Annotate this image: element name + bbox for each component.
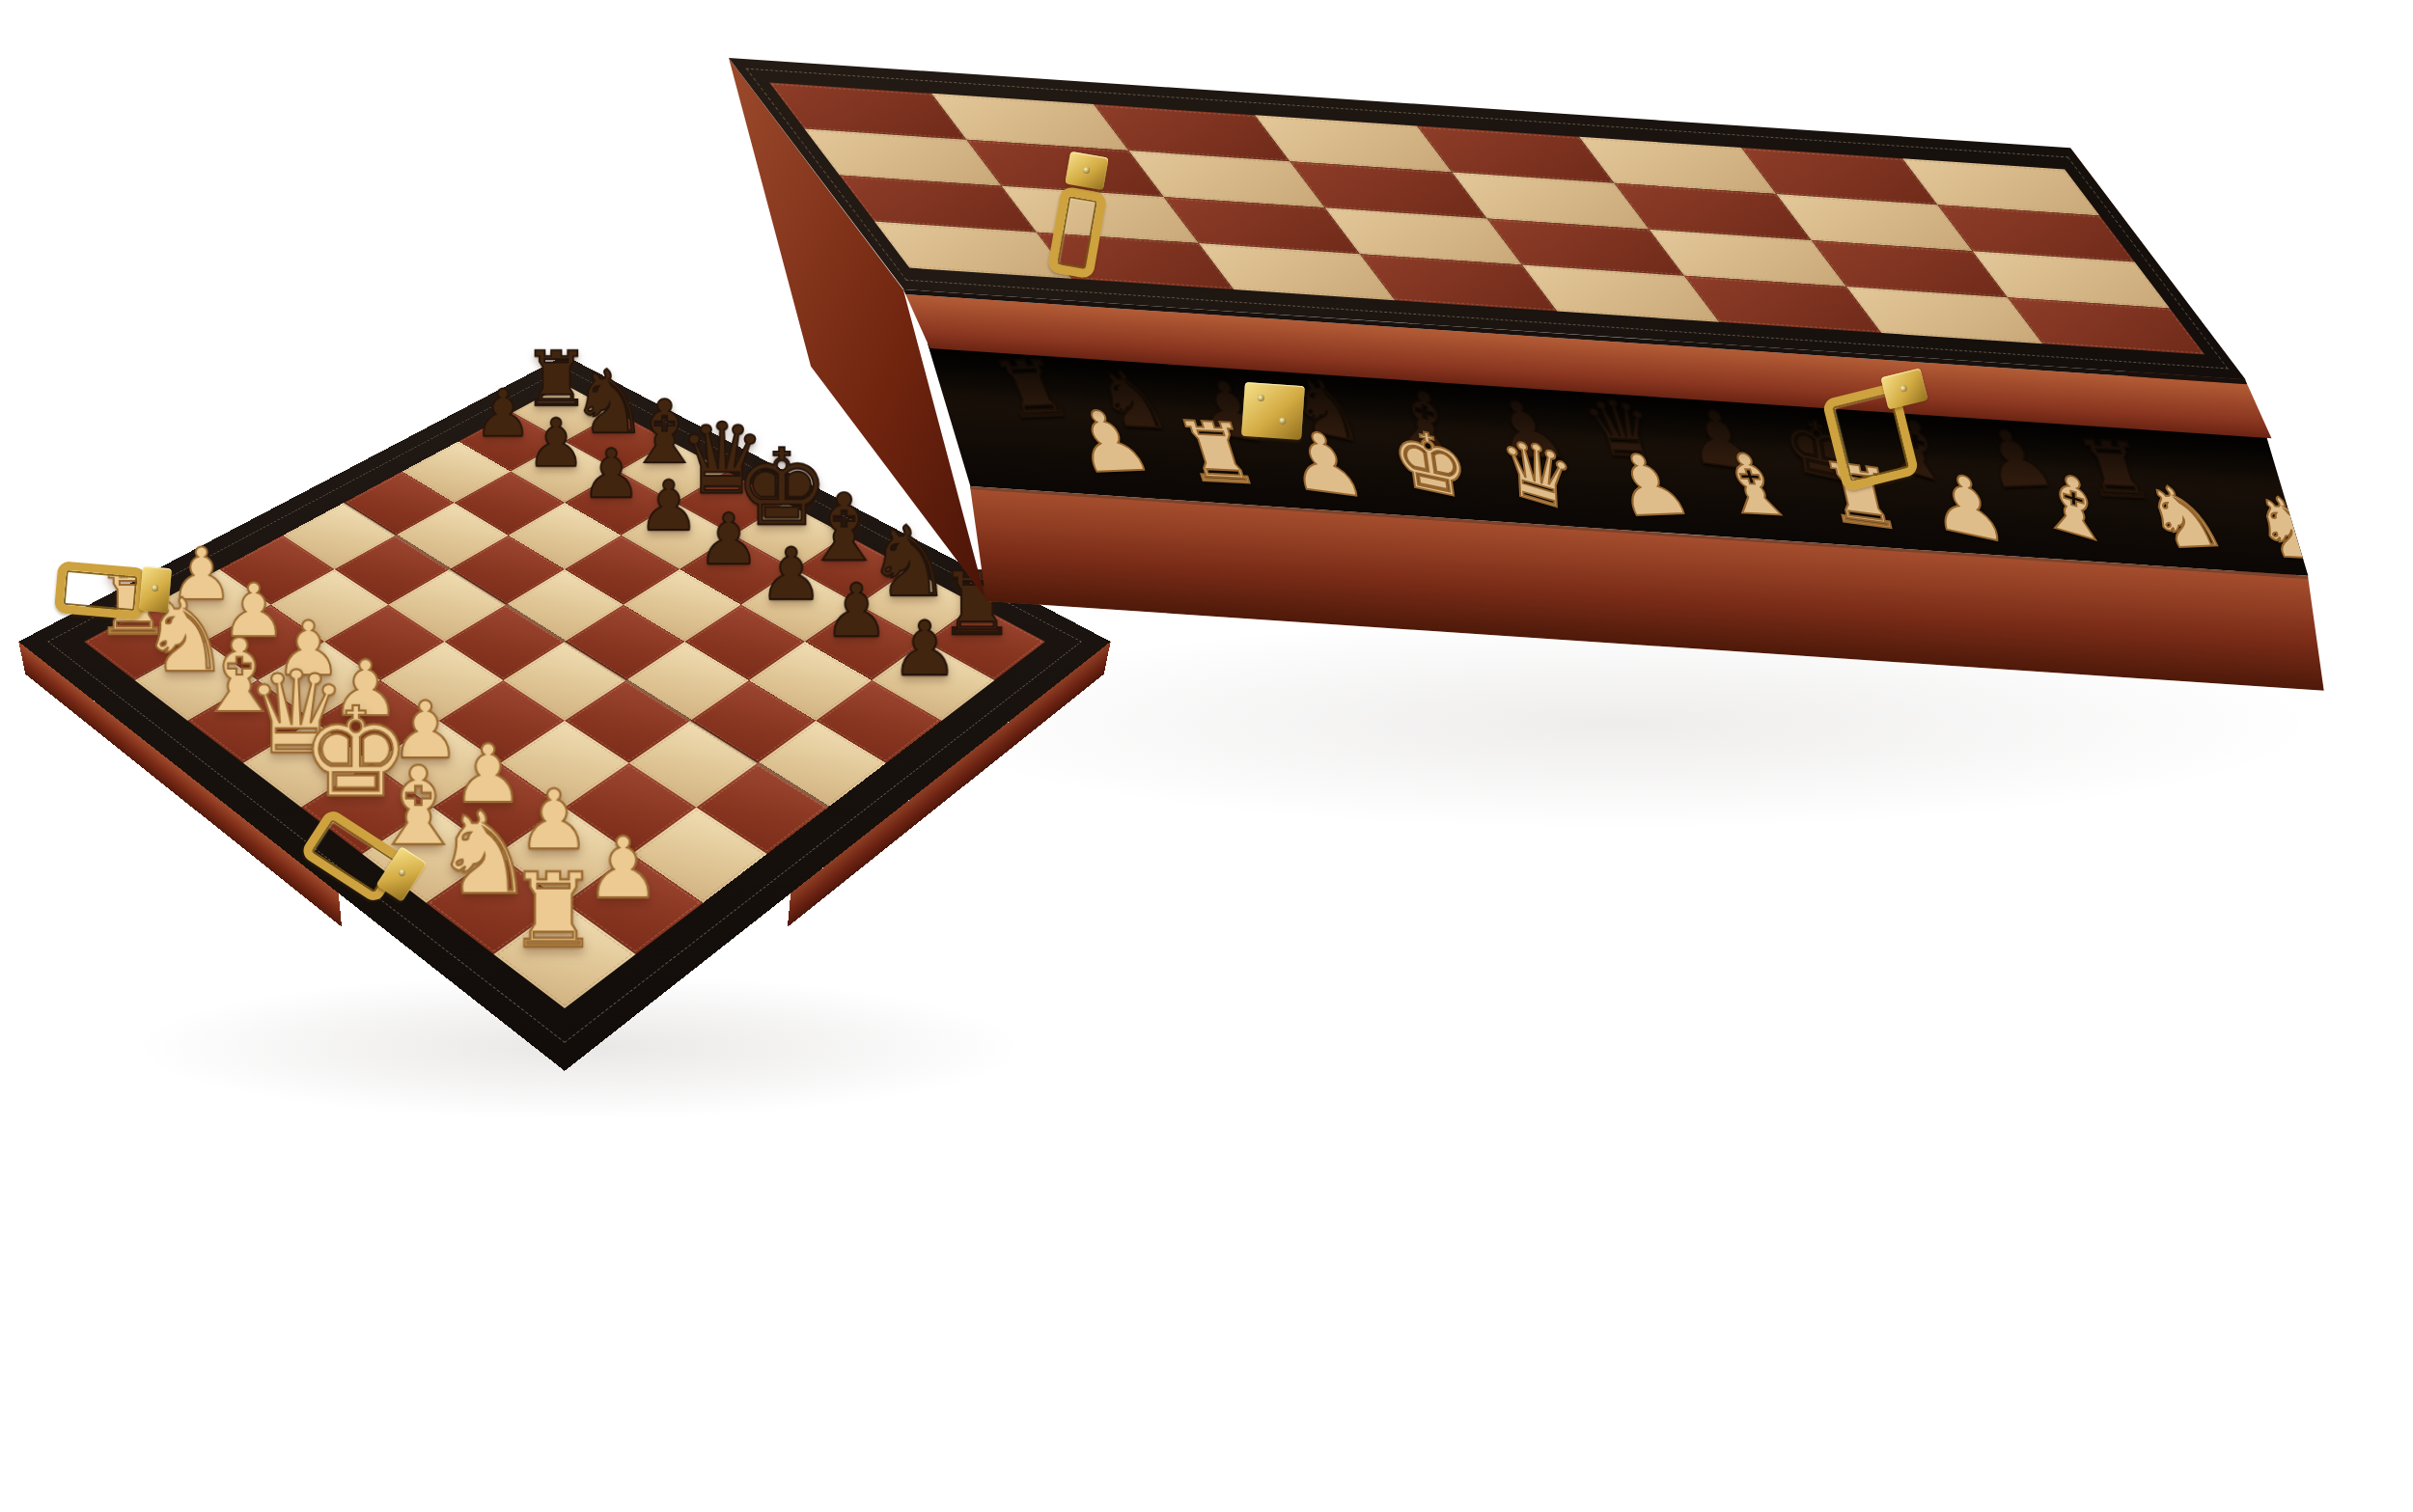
lid-square (1741, 148, 1938, 205)
pawn-icon: ♟ (581, 440, 642, 508)
lid-square (1973, 251, 2170, 308)
lid-square (1452, 173, 1649, 230)
box-front-latch[interactable] (1241, 382, 1305, 440)
box-lid-clasp-mount (1065, 151, 1108, 190)
lid-square (1684, 276, 1881, 333)
lid-square (1325, 207, 1522, 264)
lid-square (1649, 230, 1845, 287)
lid-square (1255, 115, 1452, 172)
lid-square (2008, 297, 2205, 354)
stored-dark-rook[interactable]: ♜ (984, 350, 1081, 430)
pawn-icon: ♟ (474, 381, 532, 446)
lid-square (1776, 194, 1973, 251)
lid-square (1199, 243, 1396, 300)
lid-square (1938, 205, 2135, 261)
stored-dark-bishop[interactable]: ♝ (1387, 372, 1463, 467)
open-board-left-clasp-mount (139, 566, 172, 613)
lid-square (1360, 254, 1557, 311)
stored-light-pawn[interactable]: ♟ (1056, 399, 1161, 484)
lid-square (1094, 104, 1290, 161)
stored-dark-pawn[interactable]: ♟ (1967, 420, 2065, 500)
stored-light-knight[interactable]: ♞ (2241, 485, 2309, 572)
stored-light-pawn[interactable]: ♟ (1924, 458, 2012, 556)
lid-square (840, 176, 1037, 233)
lid-square (1487, 219, 1684, 276)
stored-light-bishop[interactable]: ♝ (2034, 455, 2116, 558)
lid-square (804, 129, 1001, 186)
stored-dark-knight[interactable]: ♞ (1085, 360, 1179, 441)
product-photo: ♜♞♝♛♚♝♞♜♟♟♟♟♟♟♟♟♟♟♟♟♟♟♟♟♜♞♝♛♚♝♞♜ ♜♞♟♞♝♟♛… (0, 0, 2413, 1512)
stored-light-bishop[interactable]: ♝ (1703, 441, 1803, 528)
lid-square (1290, 161, 1487, 218)
lid-square (1811, 240, 2008, 297)
stored-dark-rook[interactable]: ♜ (2068, 430, 2162, 511)
stored-dark-pawn[interactable]: ♟ (1478, 391, 1575, 471)
lid-square (1902, 158, 2099, 215)
stored-dark-queen[interactable]: ♛ (1574, 389, 1668, 470)
stored-dark-pawn[interactable]: ♟ (1677, 397, 1764, 482)
lid-square (874, 222, 1071, 279)
lid-square (931, 94, 1128, 151)
stored-light-pawn[interactable]: ♟ (1595, 442, 1701, 528)
lid-square (1579, 137, 1776, 194)
lid-square (1846, 287, 2043, 344)
lid-square (1522, 265, 1719, 322)
pawn-icon: ♟ (526, 410, 586, 477)
stored-light-king[interactable]: ♚ (1386, 414, 1475, 511)
open-board-left-clasp[interactable] (54, 561, 147, 620)
lid-square (1128, 151, 1325, 207)
stored-light-knight[interactable]: ♞ (2130, 475, 2235, 561)
stored-light-queen[interactable]: ♛ (1497, 423, 1579, 525)
lid-square (1417, 126, 1614, 183)
lid-square (1614, 183, 1811, 240)
lid-square (769, 83, 966, 140)
lid-square (1163, 197, 1360, 254)
folded-box-scene: ♜♞♟♞♝♟♛♟♚♝♟♜ ♟♜♟♚♛♟♝♜♟♝♞♞ (676, 19, 2374, 868)
rook-icon: ♜ (508, 860, 600, 963)
